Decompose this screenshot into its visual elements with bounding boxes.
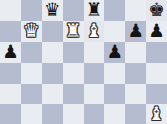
square-g8[interactable] <box>125 0 146 21</box>
piece-black-queen-c8[interactable]: ♛ <box>42 0 63 21</box>
square-a5[interactable] <box>0 63 21 84</box>
square-a4[interactable] <box>0 84 21 105</box>
square-d7[interactable]: ♜ <box>63 21 84 42</box>
piece-white-bishop-e7[interactable]: ♝ <box>84 21 105 42</box>
piece-white-bishop-h3[interactable]: ♝ <box>146 104 167 124</box>
square-f6[interactable]: ♟ <box>104 42 125 63</box>
square-e8[interactable]: ♜ <box>84 0 105 21</box>
square-d8[interactable] <box>63 0 84 21</box>
square-a3[interactable] <box>0 104 21 124</box>
square-c6[interactable] <box>42 42 63 63</box>
square-f7[interactable] <box>104 21 125 42</box>
square-e6[interactable] <box>84 42 105 63</box>
square-h6[interactable] <box>146 42 167 63</box>
square-c4[interactable] <box>42 84 63 105</box>
square-c8[interactable]: ♛ <box>42 0 63 21</box>
square-b7[interactable]: ♛ <box>21 21 42 42</box>
square-h8[interactable]: ♚ <box>146 0 167 21</box>
square-g4[interactable] <box>125 84 146 105</box>
square-d5[interactable] <box>63 63 84 84</box>
square-a7[interactable] <box>0 21 21 42</box>
square-e5[interactable] <box>84 63 105 84</box>
square-b4[interactable] <box>21 84 42 105</box>
square-b6[interactable] <box>21 42 42 63</box>
square-g6[interactable] <box>125 42 146 63</box>
square-f8[interactable] <box>104 0 125 21</box>
square-c3[interactable] <box>42 104 63 124</box>
piece-black-pawn-h7[interactable]: ♟ <box>146 21 167 42</box>
square-f5[interactable] <box>104 63 125 84</box>
square-h3[interactable]: ♝ <box>146 104 167 124</box>
piece-black-king-h8[interactable]: ♚ <box>146 0 167 21</box>
piece-black-pawn-a6[interactable]: ♟ <box>0 42 21 63</box>
square-d4[interactable] <box>63 84 84 105</box>
square-c5[interactable] <box>42 63 63 84</box>
square-b5[interactable] <box>21 63 42 84</box>
square-b8[interactable] <box>21 0 42 21</box>
chess-board-viewport: ♛♜♚♛♜♝♟♟♟♟♝ <box>0 0 167 124</box>
square-a6[interactable]: ♟ <box>0 42 21 63</box>
square-f4[interactable] <box>104 84 125 105</box>
square-e4[interactable] <box>84 84 105 105</box>
piece-black-pawn-f6[interactable]: ♟ <box>104 42 125 63</box>
square-h5[interactable] <box>146 63 167 84</box>
square-g3[interactable] <box>125 104 146 124</box>
square-d6[interactable] <box>63 42 84 63</box>
square-f3[interactable] <box>104 104 125 124</box>
square-h7[interactable]: ♟ <box>146 21 167 42</box>
square-e7[interactable]: ♝ <box>84 21 105 42</box>
square-c7[interactable] <box>42 21 63 42</box>
square-b3[interactable] <box>21 104 42 124</box>
piece-black-rook-e8[interactable]: ♜ <box>84 0 105 21</box>
square-a8[interactable] <box>0 0 21 21</box>
square-d3[interactable] <box>63 104 84 124</box>
piece-white-rook-d7[interactable]: ♜ <box>63 21 84 42</box>
piece-black-pawn-g7[interactable]: ♟ <box>125 21 146 42</box>
square-g7[interactable]: ♟ <box>125 21 146 42</box>
piece-white-queen-b7[interactable]: ♛ <box>21 21 42 42</box>
square-e3[interactable] <box>84 104 105 124</box>
square-g5[interactable] <box>125 63 146 84</box>
square-h4[interactable] <box>146 84 167 105</box>
chess-board: ♛♜♚♛♜♝♟♟♟♟♝ <box>0 0 167 124</box>
